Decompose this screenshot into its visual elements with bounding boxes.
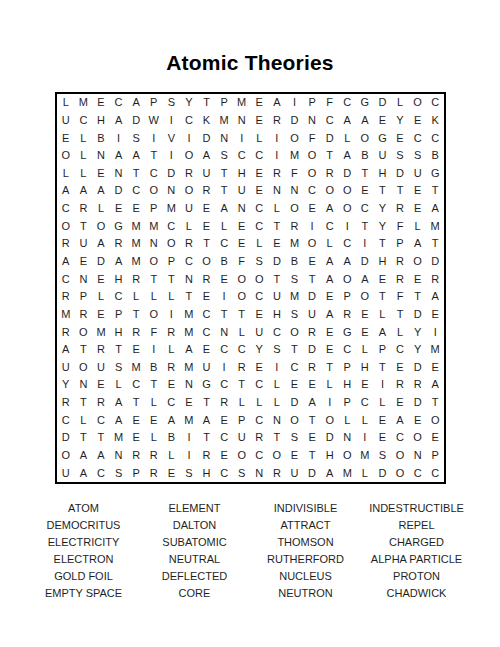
grid-cell: U xyxy=(286,464,304,482)
grid-cell: E xyxy=(286,376,304,394)
grid-cell: T xyxy=(75,341,93,359)
grid-cell: O xyxy=(356,288,374,306)
grid-cell: C xyxy=(251,288,269,306)
grid-cell: T xyxy=(127,165,145,183)
grid-cell: C xyxy=(338,341,356,359)
grid-cell: T xyxy=(374,359,392,377)
grid-cell: C xyxy=(409,129,427,147)
grid-cell: H xyxy=(321,447,339,465)
grid-cell: H xyxy=(110,270,128,288)
grid-cell: W xyxy=(145,112,163,130)
grid-cell: B xyxy=(286,253,304,271)
grid-cell: Y xyxy=(409,323,427,341)
worksheet-page: Atomic Theories LMECAPSYTPMEAIPFCGDLOCUC… xyxy=(0,0,500,647)
grid-cell: N xyxy=(303,112,321,130)
grid-cell: G xyxy=(356,94,374,112)
grid-cell: C xyxy=(57,270,75,288)
grid-cell: S xyxy=(374,447,392,465)
word-bank-item: SUBATOMIC xyxy=(141,534,248,551)
grid-cell: C xyxy=(92,411,110,429)
grid-cell: M xyxy=(286,288,304,306)
grid-cell: C xyxy=(110,288,128,306)
grid-cell: O xyxy=(57,217,75,235)
grid-cell: O xyxy=(426,411,444,429)
grid-cell: L xyxy=(92,200,110,218)
grid-cell: P xyxy=(215,94,233,112)
grid-cell: O xyxy=(409,94,427,112)
grid-cell: L xyxy=(268,376,286,394)
grid-cell: E xyxy=(426,429,444,447)
grid-cell: C xyxy=(321,217,339,235)
grid-cell: I xyxy=(268,147,286,165)
grid-cell: R xyxy=(57,394,75,412)
word-bank-column: INDIVISIBLEATTRACTTHOMSONRUTHERFORDNUCLE… xyxy=(252,500,359,602)
grid-cell: O xyxy=(268,447,286,465)
grid-cell: O xyxy=(145,182,163,200)
grid-cell: E xyxy=(391,129,409,147)
grid-cell: L xyxy=(251,394,269,412)
grid-cell: T xyxy=(391,306,409,324)
grid-cell: E xyxy=(92,376,110,394)
grid-cell: E xyxy=(251,182,269,200)
grid-cell: L xyxy=(57,165,75,183)
grid-cell: M xyxy=(127,217,145,235)
grid-cell: D xyxy=(321,129,339,147)
grid-cell: A xyxy=(338,253,356,271)
grid-cell: R xyxy=(233,359,251,377)
grid-cell: P xyxy=(374,341,392,359)
grid-cell: M xyxy=(426,341,444,359)
grid-cell: E xyxy=(391,359,409,377)
word-bank-item: NEUTRAL xyxy=(141,551,248,568)
word-bank-item: NUCLEUS xyxy=(252,568,359,585)
grid-cell: L xyxy=(356,464,374,482)
grid-cell: S xyxy=(286,270,304,288)
grid-cell: D xyxy=(374,94,392,112)
grid-cell: A xyxy=(57,341,75,359)
grid-cell: I xyxy=(426,323,444,341)
grid-cell: T xyxy=(268,270,286,288)
grid-cell: K xyxy=(198,112,216,130)
grid-cell: O xyxy=(303,147,321,165)
grid-cell: I xyxy=(180,447,198,465)
grid-cell: M xyxy=(163,200,181,218)
grid-cell: O xyxy=(92,217,110,235)
grid-cell: F xyxy=(303,129,321,147)
grid-cell: E xyxy=(198,288,216,306)
grid-cell: R xyxy=(92,341,110,359)
grid-cell: L xyxy=(57,94,75,112)
grid-cell: H xyxy=(374,253,392,271)
grid-cell: I xyxy=(233,129,251,147)
grid-cell: N xyxy=(110,447,128,465)
grid-cell: A xyxy=(303,394,321,412)
grid-cell: A xyxy=(426,200,444,218)
grid-cell: E xyxy=(127,411,145,429)
grid-cell: T xyxy=(268,429,286,447)
word-bank-item: DEFLECTED xyxy=(141,568,248,585)
grid-cell: S xyxy=(251,253,269,271)
grid-cell: R xyxy=(127,323,145,341)
grid-cell: R xyxy=(180,165,198,183)
grid-cell: M xyxy=(356,447,374,465)
grid-cell: N xyxy=(268,182,286,200)
grid-cell: L xyxy=(338,411,356,429)
grid-cell: H xyxy=(268,306,286,324)
word-bank-item: ELECTRON xyxy=(30,551,137,568)
grid-cell: L xyxy=(321,376,339,394)
grid-cell: O xyxy=(57,447,75,465)
grid-cell: T xyxy=(215,306,233,324)
grid-cell: D xyxy=(409,306,427,324)
grid-cell: O xyxy=(286,129,304,147)
grid-cell: A xyxy=(391,411,409,429)
grid-cell: E xyxy=(198,217,216,235)
grid-cell: E xyxy=(233,217,251,235)
word-bank-item: ATTRACT xyxy=(252,517,359,534)
grid-cell: P xyxy=(110,306,128,324)
grid-cell: A xyxy=(321,253,339,271)
grid-cell: T xyxy=(145,147,163,165)
grid-cell: M xyxy=(286,235,304,253)
grid-cell: T xyxy=(198,394,216,412)
grid-cell: D xyxy=(426,253,444,271)
grid-cell: D xyxy=(303,341,321,359)
grid-cell: E xyxy=(409,112,427,130)
grid-cell: T xyxy=(145,270,163,288)
grid-cell: D xyxy=(92,253,110,271)
word-bank-item: ELECTRICITY xyxy=(30,534,137,551)
grid-cell: A xyxy=(356,112,374,130)
grid-cell: E xyxy=(75,253,93,271)
grid-cell: R xyxy=(321,165,339,183)
grid-cell: L xyxy=(163,341,181,359)
grid-cell: O xyxy=(286,411,304,429)
grid-cell: L xyxy=(251,129,269,147)
grid-cell: C xyxy=(215,464,233,482)
grid-cell: S xyxy=(409,147,427,165)
grid-cell: U xyxy=(75,235,93,253)
grid-cell: A xyxy=(426,376,444,394)
grid-cell: I xyxy=(303,217,321,235)
grid-cell: T xyxy=(145,376,163,394)
grid-cell: O xyxy=(75,323,93,341)
grid-cell: M xyxy=(180,359,198,377)
grid-cell: R xyxy=(391,376,409,394)
grid-cell: F xyxy=(321,94,339,112)
grid-cell: E xyxy=(356,182,374,200)
grid-cell: M xyxy=(110,429,128,447)
grid-cell: I xyxy=(356,235,374,253)
grid-cell: E xyxy=(251,359,269,377)
grid-cell: N xyxy=(233,200,251,218)
grid-cell: L xyxy=(268,200,286,218)
grid-cell: A xyxy=(374,323,392,341)
grid-cell: C xyxy=(198,323,216,341)
grid-cell: D xyxy=(286,394,304,412)
grid-cell: P xyxy=(127,464,145,482)
grid-cell: B xyxy=(356,147,374,165)
grid-cell: E xyxy=(110,200,128,218)
grid-cell: E xyxy=(251,306,269,324)
grid-cell: E xyxy=(251,165,269,183)
grid-cell: N xyxy=(180,376,198,394)
grid-cell: I xyxy=(356,429,374,447)
grid-cell: C xyxy=(110,94,128,112)
grid-cell: S xyxy=(286,306,304,324)
grid-cell: L xyxy=(215,217,233,235)
grid-cell: L xyxy=(251,235,269,253)
word-bank-item: DEMOCRITUS xyxy=(30,517,137,534)
grid-cell: O xyxy=(338,200,356,218)
grid-cell: O xyxy=(338,182,356,200)
grid-cell: C xyxy=(92,464,110,482)
grid-cell: U xyxy=(57,359,75,377)
grid-cell: R xyxy=(145,464,163,482)
grid-cell: D xyxy=(303,288,321,306)
grid-cell: N xyxy=(251,464,269,482)
grid-cell: O xyxy=(303,165,321,183)
grid-cell: P xyxy=(338,394,356,412)
grid-cell: E xyxy=(321,323,339,341)
grid-cell: A xyxy=(92,235,110,253)
grid-cell: U xyxy=(57,464,75,482)
grid-cell: C xyxy=(75,112,93,130)
grid-cell: D xyxy=(286,112,304,130)
grid-cell: E xyxy=(145,411,163,429)
grid-cell: R xyxy=(57,323,75,341)
grid-cell: N xyxy=(92,147,110,165)
grid-cell: L xyxy=(391,94,409,112)
grid-cell: N xyxy=(338,429,356,447)
grid-cell: U xyxy=(303,306,321,324)
grid-cell: D xyxy=(338,165,356,183)
grid-cell: T xyxy=(374,182,392,200)
grid-cell: U xyxy=(409,165,427,183)
grid-cell: E xyxy=(409,182,427,200)
grid-cell: A xyxy=(57,182,75,200)
grid-cell: R xyxy=(303,323,321,341)
grid-cell: I xyxy=(215,288,233,306)
grid-cell: O xyxy=(338,447,356,465)
grid-cell: C xyxy=(321,112,339,130)
grid-cell: I xyxy=(145,341,163,359)
grid-cell: E xyxy=(198,341,216,359)
grid-cell: E xyxy=(92,270,110,288)
grid-cell: E xyxy=(215,411,233,429)
grid-cell: E xyxy=(127,200,145,218)
grid-cell: R xyxy=(127,270,145,288)
word-bank-item: ATOM xyxy=(30,500,137,517)
grid-cell: E xyxy=(321,288,339,306)
grid-cell: N xyxy=(286,182,304,200)
grid-cell: Y xyxy=(409,341,427,359)
grid-cell: M xyxy=(127,235,145,253)
grid-cell: N xyxy=(145,235,163,253)
grid-cell: T xyxy=(321,147,339,165)
grid-cell: Y xyxy=(57,376,75,394)
grid-cell: M xyxy=(92,323,110,341)
grid-cell: C xyxy=(409,464,427,482)
grid-cell: T xyxy=(180,288,198,306)
grid-cell: T xyxy=(391,182,409,200)
grid-cell: D xyxy=(57,429,75,447)
grid-cell: T xyxy=(356,165,374,183)
grid-cell: C xyxy=(233,147,251,165)
grid-cell: C xyxy=(426,94,444,112)
grid-cell: R xyxy=(215,394,233,412)
grid-cell: I xyxy=(338,217,356,235)
grid-cell: N xyxy=(409,447,427,465)
grid-cell: E xyxy=(215,270,233,288)
grid-cell: R xyxy=(92,394,110,412)
grid-cell: A xyxy=(127,94,145,112)
grid-cell: M xyxy=(426,217,444,235)
grid-cell: N xyxy=(180,270,198,288)
grid-cell: U xyxy=(233,182,251,200)
grid-cell: I xyxy=(215,359,233,377)
grid-cell: A xyxy=(75,464,93,482)
grid-cell: T xyxy=(92,429,110,447)
grid-cell: T xyxy=(303,270,321,288)
grid-cell: E xyxy=(303,253,321,271)
grid-cell: G xyxy=(110,217,128,235)
grid-cell: D xyxy=(303,464,321,482)
grid-cell: R xyxy=(180,235,198,253)
grid-cell: T xyxy=(198,429,216,447)
grid-cell: R xyxy=(409,376,427,394)
grid-cell: T xyxy=(75,394,93,412)
grid-cell: A xyxy=(268,94,286,112)
word-bank-item: DALTON xyxy=(141,517,248,534)
grid-cell: E xyxy=(374,112,392,130)
word-bank-item: INDIVISIBLE xyxy=(252,500,359,517)
grid-cell: L xyxy=(75,165,93,183)
puzzle-title: Atomic Theories xyxy=(0,51,500,75)
grid-cell: R xyxy=(110,235,128,253)
grid-cell: T xyxy=(75,429,93,447)
grid-cell: I xyxy=(321,394,339,412)
grid-cell: U xyxy=(233,429,251,447)
grid-cell: C xyxy=(286,359,304,377)
grid-cell: N xyxy=(163,182,181,200)
word-bank: ATOMDEMOCRITUSELECTRICITYELECTRONGOLD FO… xyxy=(30,500,470,602)
grid-cell: L xyxy=(163,447,181,465)
grid-cell: G xyxy=(198,376,216,394)
grid-cell: C xyxy=(251,200,269,218)
grid-cell: O xyxy=(233,288,251,306)
grid-cell: O xyxy=(145,306,163,324)
grid-cell: I xyxy=(110,129,128,147)
grid-cell: T xyxy=(198,235,216,253)
grid-cell: O xyxy=(391,447,409,465)
grid-cell: A xyxy=(198,411,216,429)
grid-cell: T xyxy=(198,94,216,112)
grid-cell: U xyxy=(180,200,198,218)
grid-cell: O xyxy=(233,270,251,288)
grid-cell: O xyxy=(198,253,216,271)
grid-cell: B xyxy=(215,253,233,271)
word-bank-item: RUTHERFORD xyxy=(252,551,359,568)
grid-cell: R xyxy=(391,270,409,288)
grid-cell: C xyxy=(127,182,145,200)
grid-cell: C xyxy=(57,411,75,429)
grid-cell: L xyxy=(233,394,251,412)
grid-cell: T xyxy=(215,182,233,200)
grid-cell: I xyxy=(163,147,181,165)
grid-cell: U xyxy=(251,323,269,341)
grid-cell: E xyxy=(251,112,269,130)
grid-cell: E xyxy=(374,411,392,429)
grid-cell: M xyxy=(180,306,198,324)
letter-grid: LMECAPSYTPMEAIPFCGDLOCUCHADWICKMNERDNCAA… xyxy=(55,92,446,484)
grid-cell: D xyxy=(110,182,128,200)
grid-cell: C xyxy=(338,235,356,253)
grid-cell: S xyxy=(110,464,128,482)
grid-cell: B xyxy=(145,359,163,377)
grid-cell: P xyxy=(145,94,163,112)
grid-cell: T xyxy=(268,217,286,235)
grid-cell: L xyxy=(75,129,93,147)
grid-cell: C xyxy=(426,129,444,147)
grid-cell: A xyxy=(198,147,216,165)
grid-cell: O xyxy=(286,200,304,218)
grid-cell: O xyxy=(180,147,198,165)
grid-cell: C xyxy=(127,376,145,394)
grid-cell: R xyxy=(391,253,409,271)
grid-cell: I xyxy=(268,129,286,147)
grid-cell: O xyxy=(233,447,251,465)
grid-cell: L xyxy=(180,217,198,235)
grid-cell: E xyxy=(409,411,427,429)
grid-cell: G xyxy=(338,323,356,341)
grid-cell: E xyxy=(215,447,233,465)
grid-cell: C xyxy=(251,217,269,235)
grid-cell: H xyxy=(92,112,110,130)
grid-cell: S xyxy=(233,464,251,482)
grid-cell: M xyxy=(127,359,145,377)
grid-cell: G xyxy=(426,165,444,183)
grid-cell: C xyxy=(356,394,374,412)
grid-cell: T xyxy=(215,165,233,183)
grid-cell: M xyxy=(57,306,75,324)
grid-cell: T xyxy=(303,411,321,429)
grid-cell: E xyxy=(163,376,181,394)
grid-cell: L xyxy=(163,288,181,306)
grid-cell: A xyxy=(338,147,356,165)
grid-cell: E xyxy=(374,429,392,447)
grid-cell: I xyxy=(163,306,181,324)
grid-cell: R xyxy=(268,112,286,130)
grid-cell: A xyxy=(321,200,339,218)
grid-cell: H xyxy=(233,165,251,183)
grid-cell: U xyxy=(92,359,110,377)
grid-cell: O xyxy=(303,235,321,253)
grid-cell: I xyxy=(268,359,286,377)
grid-cell: M xyxy=(127,253,145,271)
word-bank-item: REPEL xyxy=(363,517,470,534)
grid-cell: C xyxy=(251,376,269,394)
grid-cell: P xyxy=(391,235,409,253)
grid-cell: D xyxy=(321,429,339,447)
grid-cell: N xyxy=(215,323,233,341)
grid-cell: R xyxy=(145,447,163,465)
grid-cell: A xyxy=(127,147,145,165)
grid-cell: E xyxy=(409,270,427,288)
grid-cell: D xyxy=(268,253,286,271)
grid-cell: C xyxy=(180,253,198,271)
grid-cell: E xyxy=(163,464,181,482)
